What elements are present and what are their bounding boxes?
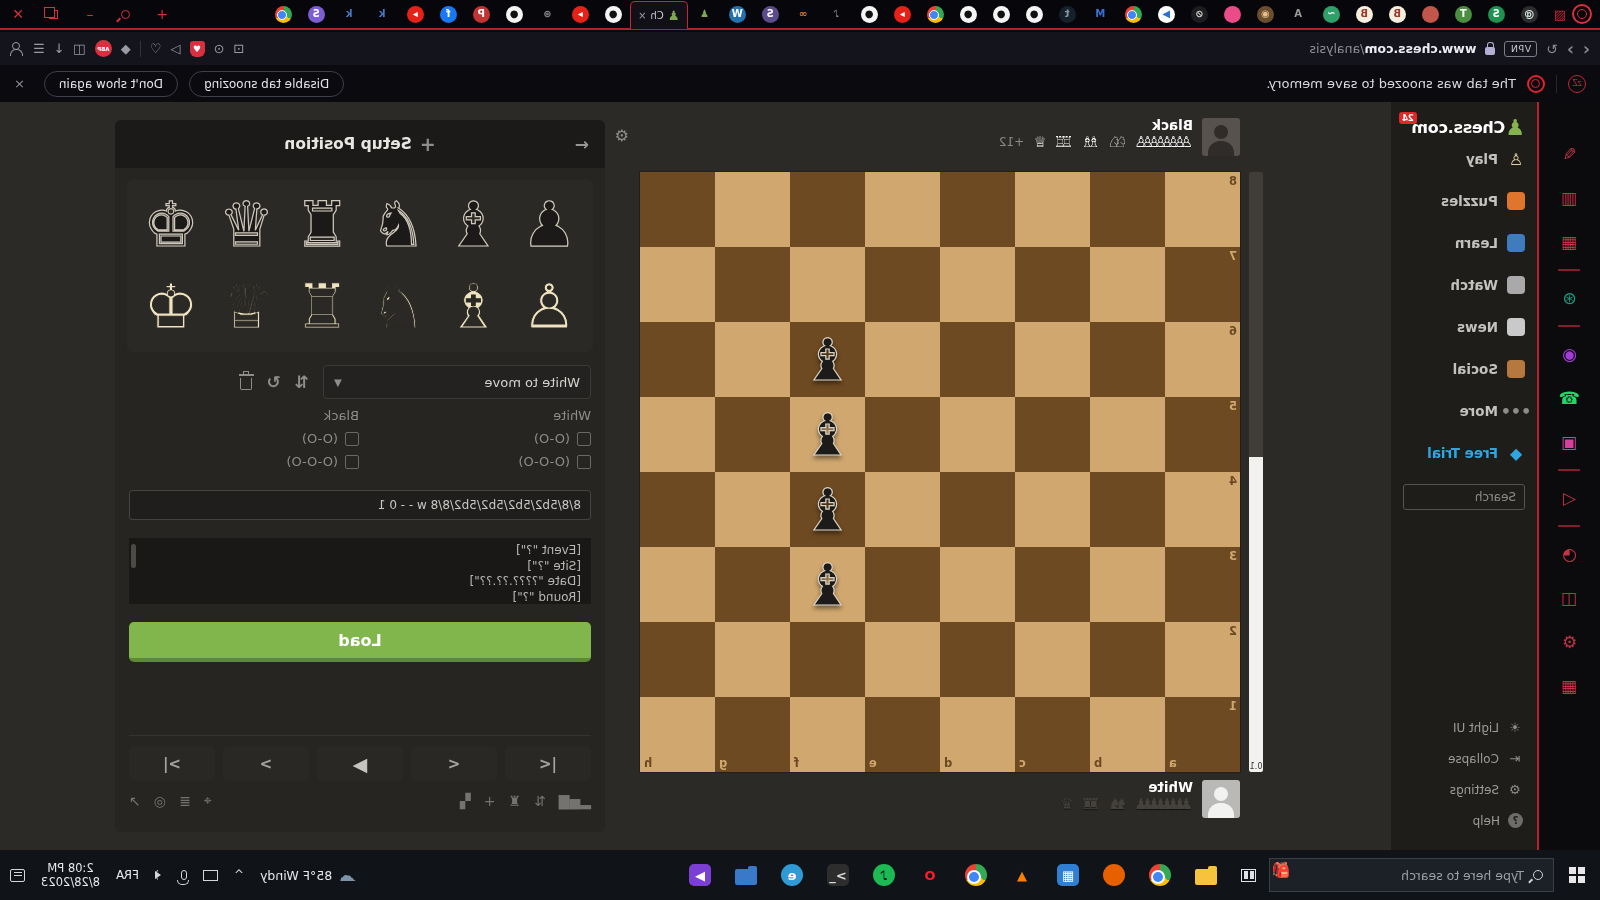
tab-guitar[interactable]: ♪ xyxy=(820,0,853,29)
clear-board-icon[interactable] xyxy=(241,378,253,390)
vlc-icon[interactable]: ▲ xyxy=(999,850,1045,900)
load-button[interactable]: Load xyxy=(129,622,591,662)
tab-m[interactable]: M xyxy=(1084,0,1117,29)
square-g5[interactable] xyxy=(715,397,790,472)
tab-purple-s[interactable]: S xyxy=(754,0,787,29)
tab-chatgpt[interactable]: @ xyxy=(1513,0,1546,29)
panel-header: ← + Setup Position xyxy=(115,120,605,168)
tab-sheep[interactable]: S xyxy=(1480,0,1513,29)
board-settings-gear-icon[interactable]: ⚙ xyxy=(615,126,629,145)
square-b2[interactable] xyxy=(1090,622,1165,697)
square-h1[interactable]: h xyxy=(640,697,715,772)
tab-github[interactable]: ● xyxy=(853,0,886,29)
rank-label: 1 xyxy=(1229,699,1237,713)
messenger-icon[interactable]: ◉ xyxy=(1539,332,1600,376)
square-b7[interactable] xyxy=(1090,247,1165,322)
chrome-icon xyxy=(965,864,987,886)
tab-chesscom[interactable]: ♟ xyxy=(688,0,721,29)
file-label: d xyxy=(944,756,952,770)
square-f2[interactable] xyxy=(790,622,865,697)
extensions-cube-icon[interactable]: ◫ xyxy=(74,41,86,56)
captured-piece: ♟ xyxy=(1134,797,1147,811)
piece-palette: ♟♝♞♜♛♚ ♙♗♘♖♕♔ xyxy=(127,180,593,352)
language-indicator[interactable]: FRA xyxy=(116,868,139,882)
tab-youtube[interactable]: ▸ xyxy=(564,0,597,29)
tab-play[interactable]: ▶ xyxy=(1150,0,1183,29)
sidebar-footer-settings[interactable]: ⚙Settings xyxy=(1391,774,1537,805)
rank-label: 8 xyxy=(1229,174,1237,188)
tab-youtube-favicon: ▸ xyxy=(572,6,589,23)
queenside-label: (O-O-O) xyxy=(286,454,338,469)
folder-icon xyxy=(735,869,757,885)
square-a6[interactable]: 6 xyxy=(1165,322,1240,397)
tab-github[interactable]: ● xyxy=(498,0,531,29)
square-f3[interactable]: ♝ xyxy=(790,547,865,622)
file-label: f xyxy=(794,756,799,770)
clock[interactable]: 2:08 PM8/28/2023 xyxy=(41,861,100,889)
tabs: @STBB~A◉⊘▶Mt●●●▸●♪∞SW♟♟Ch×●▸⊛●Pf▸kkS xyxy=(184,0,1546,29)
sidebar-item-learn[interactable]: Learn xyxy=(1391,222,1537,264)
square-e2[interactable] xyxy=(865,622,940,697)
square-c3[interactable] xyxy=(1015,547,1090,622)
vpn-badge[interactable]: VPN xyxy=(1504,41,1537,57)
gx-control-icon[interactable]: ▦ xyxy=(1539,220,1600,264)
sidebar-item-label: Free Trial xyxy=(1427,445,1498,461)
tab-search-button[interactable] xyxy=(108,0,144,29)
practice-rooks-icon[interactable]: ♜ xyxy=(508,793,521,809)
square-a5[interactable]: 5 xyxy=(1165,397,1240,472)
dont-show-again-button[interactable]: Don't show again xyxy=(44,71,178,97)
eval-black-part xyxy=(1249,172,1263,457)
square-d5[interactable] xyxy=(940,397,1015,472)
black-kingside-checkbox[interactable] xyxy=(345,432,359,446)
palette-piece[interactable]: ♕ xyxy=(210,271,284,343)
tab-clock[interactable]: ⊘ xyxy=(1183,0,1216,29)
go-end-button[interactable]: >| xyxy=(129,746,215,781)
file-label: h xyxy=(644,756,652,770)
square-b6[interactable] xyxy=(1090,322,1165,397)
square-a8[interactable]: 8 xyxy=(1165,172,1240,247)
search-icon xyxy=(1533,870,1543,880)
minimize-button[interactable]: – xyxy=(72,0,108,29)
share-icon[interactable]: ▷ xyxy=(171,41,181,56)
swap-colors-icon[interactable]: ⇅ xyxy=(295,372,309,392)
square-g7[interactable] xyxy=(715,247,790,322)
square-e3[interactable] xyxy=(865,547,940,622)
square-c2[interactable] xyxy=(1015,622,1090,697)
notification-close-icon[interactable]: × xyxy=(14,76,25,91)
speaker-icon[interactable] xyxy=(155,871,165,879)
play-button[interactable]: ▶ xyxy=(317,746,403,781)
back-button[interactable]: ‹ xyxy=(1583,39,1590,59)
restore-icon xyxy=(50,10,59,19)
tab-producthunt[interactable]: P xyxy=(465,0,498,29)
report-chart-icon[interactable]: ▂▅▇ xyxy=(559,793,591,809)
tab-shazam[interactable]: S xyxy=(300,0,333,29)
tab-chrome-favicon xyxy=(1125,6,1142,23)
square-h6[interactable] xyxy=(640,322,715,397)
instagram-icon[interactable]: ▣ xyxy=(1539,420,1600,464)
rank-label: 6 xyxy=(1229,324,1237,338)
tab-github[interactable]: ● xyxy=(952,0,985,29)
add-icon[interactable]: + xyxy=(484,793,496,809)
white-kingside-checkbox[interactable] xyxy=(577,432,591,446)
disable-tab-snoozing-button[interactable]: Disable tab snoozing xyxy=(189,71,344,97)
whatsapp-icon[interactable]: ☎ xyxy=(1539,376,1600,420)
logo-text: Chess.com xyxy=(1412,118,1506,137)
tab-github[interactable]: ● xyxy=(985,0,1018,29)
explorer-icon[interactable]: ⌖ xyxy=(204,792,212,809)
square-b5[interactable] xyxy=(1090,397,1165,472)
snapshot-icon[interactable]: ⊡ xyxy=(233,41,244,56)
tab-github-favicon: ● xyxy=(506,6,523,23)
sidebar-search-input[interactable]: Search xyxy=(1403,484,1525,510)
tab-book[interactable]: B xyxy=(1381,0,1414,29)
sidebar-item-label: Watch xyxy=(1450,277,1498,293)
tab-infinity[interactable]: ∞ xyxy=(787,0,820,29)
pgn-line: [Event "?"] xyxy=(139,543,581,559)
square-h7[interactable] xyxy=(640,247,715,322)
tune-icon[interactable]: ☰ xyxy=(33,41,45,56)
square-b4[interactable] xyxy=(1090,472,1165,547)
taskbar-search[interactable]: Type here to search 🎒 xyxy=(1269,858,1554,892)
square-d6[interactable] xyxy=(940,322,1015,397)
address-bar[interactable]: www.chess.com/analysis xyxy=(1310,41,1477,56)
captured-group: ♞♞ xyxy=(1107,797,1127,811)
telegram-icon[interactable]: ◁ xyxy=(1539,476,1600,520)
tab-chrome-favicon xyxy=(275,6,292,23)
white-player-name: White xyxy=(1053,780,1193,795)
reset-icon[interactable]: ↻ xyxy=(267,372,281,392)
tab-github[interactable]: ● xyxy=(1018,0,1051,29)
tab-chrome[interactable] xyxy=(267,0,300,29)
tab-anime-favicon xyxy=(1422,6,1439,23)
downloads-icon[interactable]: ↓ xyxy=(54,41,65,56)
spotify-icon[interactable]: ♪ xyxy=(861,850,907,900)
terminal-icon[interactable]: >_ xyxy=(815,850,861,900)
tab-book-favicon: B xyxy=(1356,6,1373,23)
bookmark-heart-icon[interactable]: ♡ xyxy=(150,41,162,56)
sidebar-divider xyxy=(1559,269,1581,271)
forward-button[interactable]: › xyxy=(1567,39,1574,59)
tab-chrome[interactable] xyxy=(919,0,952,29)
palette-piece[interactable]: ♞ xyxy=(361,189,435,261)
white-queenside-checkbox[interactable] xyxy=(577,455,591,469)
square-f7[interactable] xyxy=(790,247,865,322)
chess-board[interactable]: 876♝5♝4♝3♝21abcdefgh xyxy=(640,172,1240,772)
edge-icon[interactable]: e xyxy=(769,850,815,900)
pgn-textarea[interactable]: [Event "?"][Site "?"][Date "????.??.??"]… xyxy=(129,538,591,604)
square-h3[interactable] xyxy=(640,547,715,622)
gx-corner-icon[interactable]: ▧ xyxy=(1554,7,1566,22)
focus-icon[interactable]: ◎ xyxy=(154,793,166,809)
analysis-toolbar: ▂▅▇⇅♜+▚⌖≣◎↗ xyxy=(129,792,591,809)
plus-icon: + xyxy=(420,133,436,155)
tab-a-circle[interactable]: A xyxy=(1282,0,1315,29)
tab-chrome-favicon xyxy=(927,6,944,23)
tab-todoist[interactable]: T xyxy=(1447,0,1480,29)
tab-wordpress[interactable]: W xyxy=(721,0,754,29)
square-g8[interactable] xyxy=(715,172,790,247)
square-b3[interactable] xyxy=(1090,547,1165,622)
square-b8[interactable] xyxy=(1090,172,1165,247)
close-tab-icon[interactable]: × xyxy=(638,10,646,21)
palette-piece[interactable]: ♛ xyxy=(210,189,284,261)
edge-icon: e xyxy=(781,864,803,886)
more-icon: ••• xyxy=(1507,402,1525,420)
tab-m-favicon: M xyxy=(1092,6,1109,23)
cloud-icon: ☁ xyxy=(339,865,356,885)
square-d7[interactable] xyxy=(940,247,1015,322)
tab-twitter[interactable]: t xyxy=(1051,0,1084,29)
search-highlight-art: 🎒 xyxy=(1276,861,1292,879)
sidebar-item-watch[interactable]: Watch xyxy=(1391,264,1537,306)
sidebar-item-label: More xyxy=(1459,403,1498,419)
captured-group: ♙♙♙♙♙♙♙♙ xyxy=(1134,135,1193,149)
back-button[interactable]: < xyxy=(411,746,497,781)
adblock-icon[interactable]: ABP xyxy=(95,40,112,57)
close-window-button[interactable]: ✕ xyxy=(0,0,36,29)
square-f1[interactable]: f xyxy=(790,697,865,772)
microphone-icon[interactable] xyxy=(181,870,187,880)
chrome-icon[interactable] xyxy=(953,850,999,900)
palette-piece[interactable]: ♗ xyxy=(437,271,511,343)
tab-book-favicon: B xyxy=(1389,6,1406,23)
black-queenside-checkbox[interactable] xyxy=(345,455,359,469)
lock-icon[interactable] xyxy=(1485,47,1495,55)
sidebar-item-more[interactable]: •••More xyxy=(1391,390,1537,432)
tray-expand-icon[interactable]: ^ xyxy=(234,868,244,882)
player-row-black: Black ♙♙♙♙♙♙♙♙♘♘♗♗♖♖♕+12 xyxy=(999,118,1240,156)
chesscom-logo[interactable]: ♟ Chess.com 24 xyxy=(1391,118,1537,138)
play-icon: ♙ xyxy=(1507,150,1525,168)
palette-piece[interactable]: ♖ xyxy=(285,271,359,343)
captured-group: ♛ xyxy=(1060,797,1073,811)
square-h4[interactable] xyxy=(640,472,715,547)
file-label: b xyxy=(1094,756,1102,770)
sidebar-item-label: Learn xyxy=(1455,235,1498,251)
analysis-page: Black ♙♙♙♙♙♙♙♙♘♘♗♗♖♖♕+12 0.1 876♝5♝4♝3♝2… xyxy=(0,102,1391,850)
weather-widget[interactable]: ☁85°F Windy xyxy=(260,865,356,885)
palette-piece[interactable]: ♝ xyxy=(437,189,511,261)
captured-piece: ♗ xyxy=(1081,135,1094,149)
task-view-button[interactable] xyxy=(1229,869,1269,882)
square-e6[interactable] xyxy=(865,322,940,397)
square-a3[interactable]: 3 xyxy=(1165,547,1240,622)
file-explorer-icon[interactable] xyxy=(1183,850,1229,900)
square-a4[interactable]: 4 xyxy=(1165,472,1240,547)
opera-menu-button[interactable] xyxy=(1572,4,1592,24)
pgn-scrollbar[interactable] xyxy=(131,544,136,568)
board-editor-icon[interactable]: ▚ xyxy=(460,793,471,809)
firefox-icon[interactable] xyxy=(1091,850,1137,900)
url-host: www.chess.com xyxy=(1364,41,1476,56)
sidebar-item-social[interactable]: Social xyxy=(1391,348,1537,390)
square-g2[interactable] xyxy=(715,622,790,697)
history-icon[interactable]: ◔ xyxy=(1539,532,1600,576)
tab-chesscom-favicon: ♟ xyxy=(696,6,713,23)
tab-github[interactable]: ● xyxy=(597,0,630,29)
help-icon: ? xyxy=(1508,813,1523,828)
square-g3[interactable] xyxy=(715,547,790,622)
tab-react-favicon: ⊛ xyxy=(539,6,556,23)
shield-extension-icon[interactable]: ♥ xyxy=(190,41,205,57)
restore-button[interactable] xyxy=(36,0,72,29)
folder-icon xyxy=(1195,869,1217,885)
tab-chatgpt-favicon: @ xyxy=(1521,6,1538,23)
square-d8[interactable] xyxy=(940,172,1015,247)
tab-clock-favicon: ⊘ xyxy=(1191,6,1208,23)
palette-piece[interactable]: ♘ xyxy=(361,271,435,343)
swap-lines-icon[interactable]: ⇅ xyxy=(534,793,546,809)
share-icon[interactable]: ↗ xyxy=(129,793,141,809)
refresh-button[interactable]: ↻ xyxy=(1546,41,1558,57)
rank-label: 2 xyxy=(1229,624,1237,638)
search-icon xyxy=(122,10,131,19)
pinboard-icon[interactable]: ◆ xyxy=(121,41,131,56)
tab-kotlin[interactable]: k xyxy=(366,0,399,29)
black-bishop[interactable]: ♝ xyxy=(790,547,865,622)
tab-infinity-favicon: ∞ xyxy=(795,6,812,23)
white-avatar[interactable] xyxy=(1202,780,1240,818)
tab-facebook[interactable]: f xyxy=(432,0,465,29)
square-h5[interactable] xyxy=(640,397,715,472)
start-button[interactable] xyxy=(1554,867,1600,883)
square-f5[interactable]: ♝ xyxy=(790,397,865,472)
extensions-icon[interactable]: ◫ xyxy=(1539,576,1600,620)
store-icon[interactable]: ▦ xyxy=(1045,850,1091,900)
profile-icon[interactable] xyxy=(10,42,24,56)
snapshot-icon[interactable]: ▦ xyxy=(1539,664,1600,708)
new-tab-button[interactable]: + xyxy=(144,0,180,29)
tab-chrome[interactable] xyxy=(1117,0,1150,29)
spotify-icon: ♪ xyxy=(873,864,895,886)
captured-piece: ♛ xyxy=(1060,797,1073,811)
snooze-icon: zZ xyxy=(1568,75,1586,93)
sidebar-footer-light-ui[interactable]: ☀Light UI xyxy=(1391,712,1537,743)
tab-chart[interactable]: ~ xyxy=(1315,0,1348,29)
tab-anime[interactable] xyxy=(1414,0,1447,29)
square-e5[interactable] xyxy=(865,397,940,472)
tab-kotlin[interactable]: k xyxy=(333,0,366,29)
camera-icon[interactable]: ⊙ xyxy=(214,41,225,56)
tab-chart-favicon: ~ xyxy=(1323,6,1340,23)
square-g1[interactable]: g xyxy=(715,697,790,772)
black-bishop[interactable]: ♝ xyxy=(790,322,865,397)
fen-input[interactable]: 8/8/5b2/5b2/5b2/5b2/8/8 w - - 0 1 xyxy=(129,490,591,520)
turn-dropdown[interactable]: White to move ▼ xyxy=(323,365,591,399)
pawn-logo-icon: ♟ xyxy=(1505,118,1525,138)
settings-icon[interactable]: ⚙ xyxy=(1539,620,1600,664)
opera-icon[interactable]: O xyxy=(907,850,953,900)
docs-folder-icon[interactable] xyxy=(723,850,769,900)
puzzles-icon xyxy=(1507,192,1525,210)
tab-monkey[interactable]: ◉ xyxy=(1249,0,1282,29)
forward-button[interactable]: > xyxy=(223,746,309,781)
openings-icon[interactable]: ≣ xyxy=(179,793,191,809)
sidebar-item-puzzles[interactable]: Puzzles xyxy=(1391,180,1537,222)
opera-icon: O xyxy=(919,864,941,886)
square-c7[interactable] xyxy=(1015,247,1090,322)
chrome-icon[interactable] xyxy=(1137,850,1183,900)
tab-book[interactable]: B xyxy=(1348,0,1381,29)
square-e4[interactable] xyxy=(865,472,940,547)
rank-label: 3 xyxy=(1229,549,1237,563)
square-a1[interactable]: 1a xyxy=(1165,697,1240,772)
square-a7[interactable]: 7 xyxy=(1165,247,1240,322)
square-e8[interactable] xyxy=(865,172,940,247)
diamond-icon: ◆ xyxy=(1507,444,1525,462)
chatgpt-icon[interactable]: ⊛ xyxy=(1539,276,1600,320)
opera-gx-logo xyxy=(1527,75,1545,93)
back-arrow-icon[interactable]: ← xyxy=(575,134,589,154)
square-g6[interactable] xyxy=(715,322,790,397)
tab-youtube[interactable]: ▸ xyxy=(399,0,432,29)
square-f8[interactable] xyxy=(790,172,865,247)
square-e7[interactable] xyxy=(865,247,940,322)
eval-white-part: 0.1 xyxy=(1249,457,1263,772)
square-c6[interactable] xyxy=(1015,322,1090,397)
palette-piece[interactable]: ♚ xyxy=(134,189,208,261)
square-d3[interactable] xyxy=(940,547,1015,622)
square-c1[interactable]: c xyxy=(1015,697,1090,772)
date: 8/28/2023 xyxy=(41,875,100,889)
square-a2[interactable]: 2 xyxy=(1165,622,1240,697)
movies-icon[interactable]: ▶ xyxy=(677,850,723,900)
knight-glyph: ♞ xyxy=(370,189,426,261)
go-start-button[interactable]: |< xyxy=(505,746,591,781)
square-d2[interactable] xyxy=(940,622,1015,697)
palette-piece[interactable]: ♟ xyxy=(512,189,586,261)
easy-setup-icon[interactable]: ✎ xyxy=(1539,132,1600,176)
tab-purple-s-favicon: S xyxy=(762,6,779,23)
square-c5[interactable] xyxy=(1015,397,1090,472)
square-d4[interactable] xyxy=(940,472,1015,547)
sidebar-footer-collapse[interactable]: ⇤Collapse xyxy=(1391,743,1537,774)
square-c8[interactable] xyxy=(1015,172,1090,247)
black-avatar[interactable] xyxy=(1202,118,1240,156)
sidebar-footer-help[interactable]: ?Help xyxy=(1391,805,1537,836)
tab-react[interactable]: ⊛ xyxy=(531,0,564,29)
square-b1[interactable]: b xyxy=(1090,697,1165,772)
sidebar-item-label: Social xyxy=(1453,361,1498,377)
square-f6[interactable]: ♝ xyxy=(790,322,865,397)
active-tab[interactable]: ♟Ch× xyxy=(630,1,688,29)
sidebar-item-play[interactable]: ♙Play xyxy=(1391,138,1537,180)
kingside-label: (O-O) xyxy=(302,431,338,446)
display-icon[interactable] xyxy=(203,870,218,881)
square-e1[interactable]: e xyxy=(865,697,940,772)
square-d1[interactable]: d xyxy=(940,697,1015,772)
square-h8[interactable] xyxy=(640,172,715,247)
square-f4[interactable]: ♝ xyxy=(790,472,865,547)
palette-piece[interactable]: ♜ xyxy=(285,189,359,261)
twitch-icon[interactable]: ▥ xyxy=(1539,176,1600,220)
sidebar-item-free-trial[interactable]: ◆Free Trial xyxy=(1391,432,1537,474)
captured-piece: ♘ xyxy=(1107,135,1120,149)
palette-piece[interactable]: ♙ xyxy=(512,271,586,343)
square-g4[interactable] xyxy=(715,472,790,547)
square-c4[interactable] xyxy=(1015,472,1090,547)
sidebar-item-news[interactable]: News xyxy=(1391,306,1537,348)
palette-piece[interactable]: ♔ xyxy=(134,271,208,343)
black-bishop[interactable]: ♝ xyxy=(790,472,865,547)
black-bishop[interactable]: ♝ xyxy=(790,397,865,472)
square-h2[interactable] xyxy=(640,622,715,697)
tab-dribbble[interactable] xyxy=(1216,0,1249,29)
tab-youtube[interactable]: ▸ xyxy=(886,0,919,29)
action-center-icon[interactable] xyxy=(10,869,25,882)
